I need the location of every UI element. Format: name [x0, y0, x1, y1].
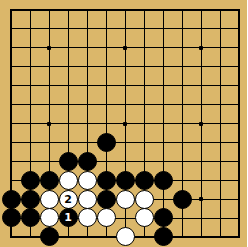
black-stone[interactable] [97, 171, 116, 190]
intersection-3-12 [40, 209, 59, 228]
intersection-5-11 [78, 190, 97, 209]
intersection-2-11 [21, 190, 40, 209]
intersection-4-11: 2 [59, 190, 78, 209]
black-stone[interactable] [154, 171, 173, 190]
intersection-4-12: 1 [59, 209, 78, 228]
black-stone[interactable] [21, 190, 40, 209]
intersection-10-11 [173, 190, 192, 209]
black-stone[interactable] [97, 133, 116, 152]
intersection-3-11 [40, 190, 59, 209]
black-stone[interactable] [173, 190, 192, 209]
intersection-5-12 [78, 209, 97, 228]
intersection-6-12 [97, 209, 116, 228]
white-stone[interactable] [97, 208, 116, 227]
white-stone[interactable] [40, 208, 59, 227]
white-stone[interactable] [116, 227, 135, 246]
black-stone[interactable] [78, 152, 97, 171]
intersection-3-13 [40, 227, 59, 246]
white-stone[interactable] [135, 208, 154, 227]
intersection-9-10 [154, 171, 173, 190]
black-stone[interactable] [2, 190, 21, 209]
intersection-7-11 [116, 190, 135, 209]
intersection-9-13 [154, 227, 173, 246]
white-stone[interactable] [116, 190, 135, 209]
white-stone[interactable]: 2 [59, 190, 78, 209]
black-stone[interactable] [21, 171, 40, 190]
white-stone[interactable] [135, 190, 154, 209]
go-board[interactable]: 21 [0, 0, 247, 247]
white-stone[interactable] [78, 190, 97, 209]
intersection-8-12 [135, 209, 154, 228]
intersection-5-10 [78, 171, 97, 190]
intersection-9-12 [154, 209, 173, 228]
intersection-8-10 [135, 171, 154, 190]
intersection-2-10 [21, 171, 40, 190]
move-number-label: 2 [64, 194, 72, 205]
white-stone[interactable] [78, 208, 97, 227]
black-stone[interactable] [40, 171, 59, 190]
black-stone[interactable] [21, 208, 40, 227]
white-stone[interactable] [78, 171, 97, 190]
intersection-2-12 [21, 209, 40, 228]
intersection-7-13 [116, 227, 135, 246]
black-stone[interactable] [59, 152, 78, 171]
intersection-6-10 [97, 171, 116, 190]
intersection-4-10 [59, 171, 78, 190]
intersection-7-10 [116, 171, 135, 190]
intersection-1-11 [2, 190, 21, 209]
black-stone[interactable]: 1 [59, 208, 78, 227]
intersection-3-10 [40, 171, 59, 190]
stones-grid: 21 [2, 1, 248, 247]
black-stone[interactable] [97, 190, 116, 209]
intersection-4-9 [59, 152, 78, 171]
go-board-diagram: 21 [0, 0, 247, 247]
black-stone[interactable] [154, 208, 173, 227]
white-stone[interactable] [40, 190, 59, 209]
intersection-1-12 [2, 209, 21, 228]
white-stone[interactable] [59, 171, 78, 190]
move-number-label: 1 [64, 212, 72, 223]
intersection-6-8 [97, 133, 116, 152]
intersection-8-11 [135, 190, 154, 209]
black-stone[interactable] [154, 227, 173, 246]
intersection-5-9 [78, 152, 97, 171]
black-stone[interactable] [40, 227, 59, 246]
intersection-6-11 [97, 190, 116, 209]
black-stone[interactable] [2, 208, 21, 227]
black-stone[interactable] [116, 171, 135, 190]
black-stone[interactable] [135, 171, 154, 190]
